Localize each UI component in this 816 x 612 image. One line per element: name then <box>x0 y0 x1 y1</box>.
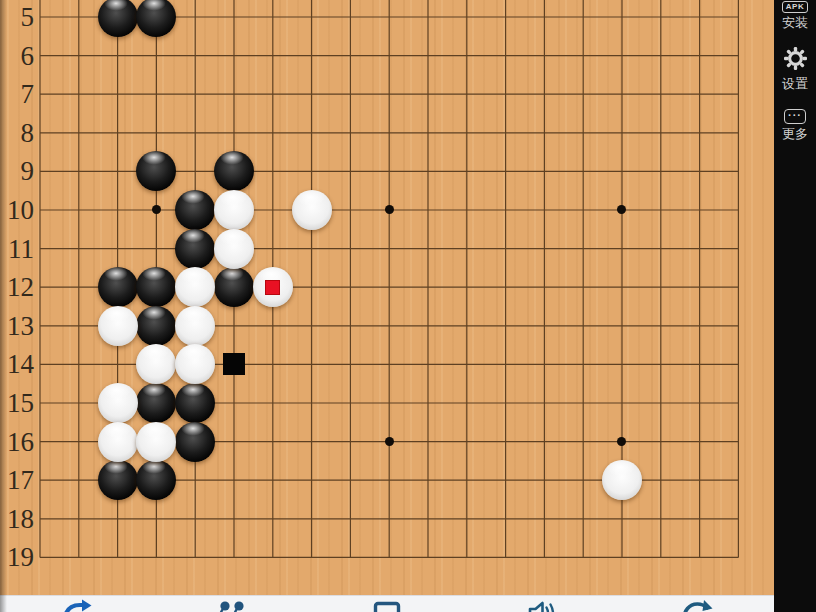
black-stone <box>136 0 176 37</box>
white-stone <box>98 422 138 462</box>
star-point <box>617 205 626 214</box>
apk-badge-icon: APK <box>782 1 808 13</box>
white-stone <box>292 190 332 230</box>
stop-square-button[interactable] <box>310 596 465 612</box>
sidebar-item-more[interactable]: ··· 更多 <box>782 109 808 142</box>
white-stone <box>136 344 176 384</box>
black-square-marker <box>223 353 245 375</box>
board-intersections-grid[interactable] <box>21 0 758 577</box>
black-stone <box>136 267 176 307</box>
bottom-toolbar <box>0 595 774 612</box>
black-stone <box>136 151 176 191</box>
star-point <box>152 205 161 214</box>
undo-arrow-button[interactable] <box>619 596 774 612</box>
black-stone <box>214 151 254 191</box>
white-stone <box>98 383 138 423</box>
white-stone <box>175 306 215 346</box>
black-stone <box>98 267 138 307</box>
gear-icon <box>784 47 807 74</box>
undo-arrow-icon <box>680 599 714 612</box>
more-label: 更多 <box>782 126 808 142</box>
white-stone <box>175 267 215 307</box>
stop-square-icon <box>371 599 403 612</box>
black-stone <box>214 267 254 307</box>
variation-pins-button[interactable] <box>155 596 310 612</box>
sidebar-item-settings[interactable]: 设置 <box>782 47 808 92</box>
black-stone <box>136 383 176 423</box>
white-stone <box>214 190 254 230</box>
black-stone <box>175 383 215 423</box>
white-stone <box>214 229 254 269</box>
settings-label: 设置 <box>782 76 808 92</box>
redo-arrow-button[interactable] <box>0 596 155 612</box>
more-ellipsis-icon: ··· <box>784 109 806 124</box>
black-stone <box>136 306 176 346</box>
black-stone <box>175 190 215 230</box>
black-stone <box>136 460 176 500</box>
black-stone <box>175 229 215 269</box>
black-stone <box>98 0 138 37</box>
install-label: 安装 <box>782 15 808 31</box>
sidebar-item-install[interactable]: APK 安装 <box>782 0 808 31</box>
go-board[interactable]: 5678910111213141516171819 <box>0 0 774 595</box>
speaker-icon <box>526 599 558 612</box>
redo-arrow-icon <box>61 599 93 612</box>
black-stone <box>98 460 138 500</box>
white-stone <box>98 306 138 346</box>
red-square-marker <box>265 280 280 295</box>
black-stone <box>175 422 215 462</box>
go-app-screen: { "game": "go", "board": { "size": 19, "… <box>0 0 816 612</box>
white-stone <box>602 460 642 500</box>
white-stone <box>175 344 215 384</box>
white-stone <box>136 422 176 462</box>
star-point <box>617 437 626 446</box>
variation-pins-icon <box>216 599 248 612</box>
star-point <box>385 205 394 214</box>
speaker-button[interactable] <box>464 596 619 612</box>
star-point <box>385 437 394 446</box>
sidebar: APK 安装 设置 ··· 更多 <box>774 0 816 612</box>
